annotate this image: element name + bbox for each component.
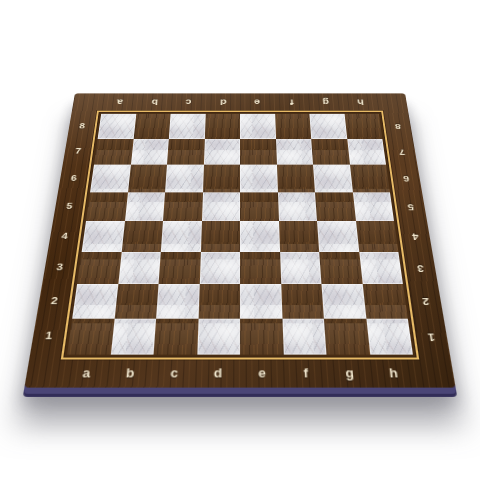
rank-label-7: 7	[63, 139, 93, 165]
square-c2[interactable]	[156, 284, 199, 318]
file-label-e: e	[240, 93, 275, 110]
square-c4[interactable]	[161, 221, 202, 252]
rank-label-4: 4	[399, 221, 432, 252]
square-e4[interactable]	[240, 221, 280, 252]
product-photo-stage: abcdefgh abcdefgh 87654321 87654321	[0, 0, 480, 480]
square-e6[interactable]	[240, 165, 277, 192]
square-b4[interactable]	[121, 221, 163, 252]
square-h3[interactable]	[359, 252, 403, 284]
file-labels-top: abcdefgh	[102, 93, 379, 110]
square-c1[interactable]	[154, 318, 199, 354]
file-label-h: h	[342, 93, 378, 110]
file-label-b: b	[136, 93, 172, 110]
square-g1[interactable]	[324, 318, 370, 354]
square-f3[interactable]	[280, 252, 322, 284]
square-c5[interactable]	[163, 192, 203, 221]
file-label-a: a	[102, 93, 138, 110]
file-label-f: f	[283, 359, 328, 387]
square-c6[interactable]	[165, 165, 203, 192]
square-h7[interactable]	[347, 139, 386, 165]
square-a2[interactable]	[72, 284, 118, 318]
square-b8[interactable]	[133, 114, 170, 139]
rank-label-7: 7	[387, 139, 417, 165]
square-e5[interactable]	[240, 192, 279, 221]
file-label-b: b	[107, 359, 153, 387]
square-d5[interactable]	[202, 192, 241, 221]
square-g3[interactable]	[319, 252, 362, 284]
square-b2[interactable]	[114, 284, 158, 318]
square-e2[interactable]	[240, 284, 282, 318]
square-b5[interactable]	[125, 192, 166, 221]
square-a4[interactable]	[82, 221, 125, 252]
square-c3[interactable]	[159, 252, 201, 284]
rank-label-5: 5	[395, 192, 427, 221]
square-g7[interactable]	[311, 139, 349, 165]
square-a7[interactable]	[94, 139, 133, 165]
square-f5[interactable]	[277, 192, 317, 221]
file-labels-bottom: abcdefgh	[62, 359, 417, 387]
square-h8[interactable]	[344, 114, 382, 139]
file-label-c: c	[151, 359, 196, 387]
file-label-h: h	[370, 359, 417, 387]
square-g2[interactable]	[321, 284, 365, 318]
square-b7[interactable]	[130, 139, 168, 165]
square-f2[interactable]	[281, 284, 324, 318]
square-e3[interactable]	[240, 252, 281, 284]
rank-label-6: 6	[391, 165, 422, 192]
square-c7[interactable]	[167, 139, 204, 165]
square-d2[interactable]	[198, 284, 240, 318]
square-b3[interactable]	[118, 252, 161, 284]
square-f4[interactable]	[279, 221, 320, 252]
rank-label-3: 3	[403, 252, 437, 284]
square-d4[interactable]	[200, 221, 240, 252]
chess-board: abcdefgh abcdefgh 87654321 87654321	[24, 93, 455, 387]
square-h6[interactable]	[350, 165, 390, 192]
square-h2[interactable]	[362, 284, 408, 318]
square-f1[interactable]	[282, 318, 327, 354]
square-e7[interactable]	[240, 139, 277, 165]
square-f6[interactable]	[277, 165, 315, 192]
square-h1[interactable]	[366, 318, 413, 354]
square-h5[interactable]	[352, 192, 394, 221]
square-a8[interactable]	[98, 114, 136, 139]
rank-label-8: 8	[67, 114, 96, 139]
square-g6[interactable]	[313, 165, 352, 192]
file-label-d: d	[196, 359, 240, 387]
square-e1[interactable]	[240, 318, 283, 354]
square-b1[interactable]	[110, 318, 156, 354]
square-d8[interactable]	[204, 114, 240, 139]
square-g5[interactable]	[315, 192, 356, 221]
square-b6[interactable]	[128, 165, 167, 192]
square-d7[interactable]	[203, 139, 240, 165]
file-label-g: g	[308, 93, 344, 110]
square-g8[interactable]	[309, 114, 346, 139]
square-a5[interactable]	[86, 192, 128, 221]
rank-label-8: 8	[383, 114, 412, 139]
square-f7[interactable]	[276, 139, 313, 165]
square-a3[interactable]	[77, 252, 121, 284]
square-a6[interactable]	[90, 165, 130, 192]
square-a1[interactable]	[67, 318, 114, 354]
rank-label-6: 6	[58, 165, 89, 192]
file-label-e: e	[240, 359, 284, 387]
square-d3[interactable]	[199, 252, 240, 284]
file-label-d: d	[205, 93, 240, 110]
file-label-a: a	[62, 359, 109, 387]
rank-label-1: 1	[413, 318, 450, 354]
square-g4[interactable]	[317, 221, 359, 252]
rank-label-4: 4	[48, 221, 81, 252]
rank-label-5: 5	[53, 192, 85, 221]
file-label-g: g	[327, 359, 373, 387]
square-h4[interactable]	[356, 221, 399, 252]
file-label-c: c	[171, 93, 206, 110]
file-label-f: f	[274, 93, 309, 110]
square-d1[interactable]	[197, 318, 240, 354]
square-d6[interactable]	[203, 165, 240, 192]
square-f8[interactable]	[275, 114, 311, 139]
rank-label-2: 2	[408, 284, 444, 318]
play-area	[61, 111, 419, 360]
square-e8[interactable]	[240, 114, 276, 139]
square-c8[interactable]	[169, 114, 205, 139]
